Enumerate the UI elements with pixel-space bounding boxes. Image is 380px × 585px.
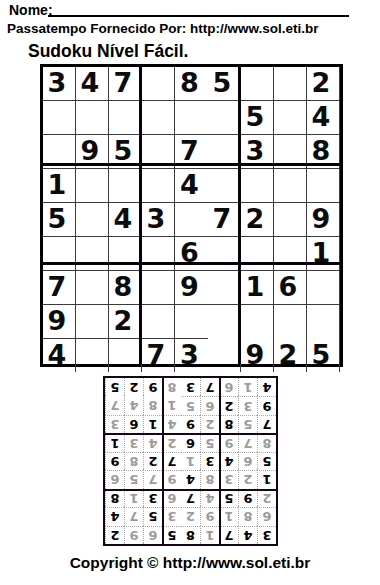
sudoku-cell-r2c7: 5 — [241, 101, 274, 135]
solution-cell-r2c8: 7 — [124, 507, 143, 525]
sudoku-cell-r1c1: 3 — [43, 67, 76, 101]
sudoku-cell-r8c4 — [142, 305, 175, 339]
name-blank-line — [48, 15, 349, 17]
sudoku-cell-r3c6 — [208, 135, 241, 169]
solution-cell-r5c7: 2 — [143, 452, 162, 470]
solution-cell-r8c6: 1 — [162, 396, 181, 414]
sudoku-cell-r6c9: 1 — [307, 237, 340, 271]
sudoku-cell-r9c2 — [76, 339, 109, 372]
sudoku-cell-r6c7 — [241, 237, 274, 271]
solution-cell-r7c2: 5 — [238, 415, 257, 433]
solution-cell-r8c8: 4 — [124, 396, 143, 414]
sudoku-cell-r2c1 — [43, 101, 76, 135]
solution-cell-r3c5: 7 — [181, 489, 200, 507]
solution-cell-r8c3: 2 — [219, 396, 238, 414]
sudoku-cell-r4c9 — [307, 169, 340, 203]
sudoku-cell-r6c4 — [142, 237, 175, 271]
solution-cell-r6c5: 6 — [181, 433, 200, 451]
sudoku-cell-r6c2 — [76, 237, 109, 271]
sudoku-cell-r3c8 — [274, 135, 307, 169]
sudoku-cell-r1c3: 7 — [109, 67, 142, 101]
sudoku-cell-r4c2 — [76, 169, 109, 203]
solution-cell-r5c2: 6 — [238, 452, 257, 470]
sudoku-cell-r8c1: 9 — [43, 305, 76, 339]
sudoku-cell-r4c6 — [208, 169, 241, 203]
solution-cell-r9c1: 4 — [257, 378, 276, 396]
sudoku-cell-r1c6: 5 — [208, 67, 241, 101]
sudoku-cell-r3c3: 5 — [109, 135, 142, 169]
solution-cell-r8c7: 8 — [143, 396, 162, 414]
solution-cell-r2c6: 3 — [162, 507, 181, 525]
solution-cell-r3c9: 8 — [105, 489, 124, 507]
solution-cell-r6c4: 5 — [200, 433, 219, 451]
name-label: Nome: — [9, 2, 53, 18]
solution-cell-r8c9: 7 — [105, 396, 124, 414]
solution-cell-r3c6: 6 — [162, 489, 181, 507]
sudoku-cell-r3c5: 7 — [175, 135, 208, 169]
sudoku-cell-r5c6: 7 — [208, 203, 241, 237]
solution-cell-r2c3: 1 — [219, 507, 238, 525]
solution-cell-r4c4: 8 — [200, 470, 219, 488]
solution-cell-r8c5: 5 — [181, 396, 200, 414]
solution-cell-r1c5: 8 — [181, 526, 200, 544]
solution-cell-r3c2: 9 — [238, 489, 257, 507]
sudoku-cell-r8c6 — [208, 305, 241, 339]
sudoku-cell-r4c7 — [241, 169, 274, 203]
solution-cell-r3c8: 1 — [124, 489, 143, 507]
solution-cell-r6c8: 3 — [124, 433, 143, 451]
sudoku-cell-r2c5 — [175, 101, 208, 135]
sudoku-cell-r5c5 — [175, 203, 208, 237]
sudoku-cell-r3c1 — [43, 135, 76, 169]
solution-cell-r1c9: 2 — [105, 526, 124, 544]
solution-cell-r4c2: 2 — [238, 470, 257, 488]
solution-cell-r9c4: 7 — [200, 378, 219, 396]
solution-cell-r8c2: 3 — [238, 396, 257, 414]
solution-cell-r1c3: 7 — [219, 526, 238, 544]
solution-cell-r2c1: 6 — [257, 507, 276, 525]
sudoku-cell-r7c4 — [142, 271, 175, 305]
provider-line: Passatempo Fornecido Por: http://www.sol… — [7, 21, 319, 36]
solution-cell-r7c4: 2 — [200, 415, 219, 433]
sudoku-cell-r7c1: 7 — [43, 271, 76, 305]
solution-cell-r3c4: 4 — [200, 489, 219, 507]
solution-cell-r7c1: 7 — [257, 415, 276, 433]
sudoku-cell-r8c9 — [307, 305, 340, 339]
solution-cell-r5c4: 3 — [200, 452, 219, 470]
sudoku-cell-r6c1 — [43, 237, 76, 271]
sudoku-cell-r6c5: 6 — [175, 237, 208, 271]
sudoku-cell-r9c3 — [109, 339, 142, 372]
solution-cell-r5c3: 4 — [219, 452, 238, 470]
solution-cell-r1c4: 1 — [200, 526, 219, 544]
sudoku-cell-r4c4 — [142, 169, 175, 203]
solution-cell-r5c6: 7 — [162, 452, 181, 470]
sudoku-cell-r6c6 — [208, 237, 241, 271]
solution-cell-r1c6: 5 — [162, 526, 181, 544]
solution-cell-r6c7: 4 — [143, 433, 162, 451]
sudoku-cell-r8c5 — [175, 305, 208, 339]
solution-cell-r6c3: 9 — [219, 433, 238, 451]
sudoku-cell-r7c3: 8 — [109, 271, 142, 305]
page-title: Sudoku Nível Fácil. — [28, 41, 188, 62]
sudoku-cell-r7c5: 9 — [175, 271, 208, 305]
sudoku-cell-r6c8 — [274, 237, 307, 271]
sudoku-cell-r5c8 — [274, 203, 307, 237]
solution-cell-r5c5: 1 — [181, 452, 200, 470]
solution-cell-r3c1: 2 — [257, 489, 276, 507]
sudoku-cell-r4c8 — [274, 169, 307, 203]
sudoku-cell-r9c4: 7 — [142, 339, 175, 372]
sudoku-cell-r8c2 — [76, 305, 109, 339]
solution-cell-r5c9: 9 — [105, 452, 124, 470]
solution-cell-r9c5: 3 — [181, 378, 200, 396]
copyright-line: Copyright © http://www.sol.eti.br — [0, 554, 380, 572]
sudoku-cell-r5c1: 5 — [43, 203, 76, 237]
sudoku-cell-r9c5: 3 — [175, 339, 208, 372]
sudoku-cell-r7c7: 1 — [241, 271, 274, 305]
sudoku-cell-r8c3: 2 — [109, 305, 142, 339]
sudoku-cell-r5c9: 9 — [307, 203, 340, 237]
solution-cell-r4c8: 5 — [124, 470, 143, 488]
solution-cell-r4c9: 6 — [105, 470, 124, 488]
sudoku-cell-r7c6 — [208, 271, 241, 305]
solution-cell-r6c2: 7 — [238, 433, 257, 451]
sudoku-cell-r2c6 — [208, 101, 241, 135]
solution-cell-r7c6: 4 — [162, 415, 181, 433]
solution-cell-r4c7: 7 — [143, 470, 162, 488]
solution-cell-r2c9: 4 — [105, 507, 124, 525]
solution-cell-r1c1: 3 — [257, 526, 276, 544]
solution-cell-r3c7: 3 — [143, 489, 162, 507]
solution-cell-r2c2: 8 — [238, 507, 257, 525]
solution-cell-r7c8: 6 — [124, 415, 143, 433]
sudoku-cell-r6c3 — [109, 237, 142, 271]
solution-cell-r9c8: 2 — [124, 378, 143, 396]
solution-cell-r9c7: 9 — [143, 378, 162, 396]
sudoku-cell-r5c7: 2 — [241, 203, 274, 237]
sudoku-cell-r5c2 — [76, 203, 109, 237]
solution-cell-r9c9: 5 — [105, 378, 124, 396]
sudoku-cell-r4c1: 1 — [43, 169, 76, 203]
sudoku-worksheet-page: Nome: Passatempo Fornecido Por: http://w… — [0, 0, 380, 585]
solution-cell-r9c6: 8 — [162, 378, 181, 396]
solution-cell-r2c5: 2 — [181, 507, 200, 525]
sudoku-cell-r9c9: 5 — [307, 339, 340, 372]
solution-cell-r4c6: 9 — [162, 470, 181, 488]
sudoku-cell-r1c9: 2 — [307, 67, 340, 101]
sudoku-cell-r1c5: 8 — [175, 67, 208, 101]
solution-cell-r1c8: 9 — [124, 526, 143, 544]
solution-cell-r2c4: 9 — [200, 507, 219, 525]
sudoku-cell-r1c4 — [142, 67, 175, 101]
sudoku-cell-r1c7 — [241, 67, 274, 101]
main-sudoku-grid: 347852549573814543729617891692473925 — [40, 64, 343, 367]
solution-cell-r9c3: 6 — [219, 378, 238, 396]
sudoku-cell-r7c9 — [307, 271, 340, 305]
sudoku-cell-r1c8 — [274, 67, 307, 101]
solution-cell-r1c7: 6 — [143, 526, 162, 544]
solution-cell-r2c7: 5 — [143, 507, 162, 525]
sudoku-cell-r3c9: 8 — [307, 135, 340, 169]
solution-cell-r6c1: 8 — [257, 433, 276, 451]
sudoku-cell-r3c7: 3 — [241, 135, 274, 169]
sudoku-cell-r2c9: 4 — [307, 101, 340, 135]
sudoku-cell-r2c8 — [274, 101, 307, 135]
sudoku-cell-r9c1: 4 — [43, 339, 76, 372]
solution-cell-r5c1: 5 — [257, 452, 276, 470]
solution-cell-r5c8: 8 — [124, 452, 143, 470]
solution-grid-rotated: 3471856926819235742954763181238497565643… — [103, 376, 278, 546]
sudoku-cell-r8c7 — [241, 305, 274, 339]
sudoku-cell-r5c4: 3 — [142, 203, 175, 237]
sudoku-cell-r4c5: 4 — [175, 169, 208, 203]
sudoku-cell-r1c2: 4 — [76, 67, 109, 101]
solution-cell-r4c5: 4 — [181, 470, 200, 488]
solution-cell-r6c9: 1 — [105, 433, 124, 451]
solution-cell-r6c6: 2 — [162, 433, 181, 451]
solution-cell-r9c2: 1 — [238, 378, 257, 396]
sudoku-cell-r5c3: 4 — [109, 203, 142, 237]
solution-cell-r7c5: 9 — [181, 415, 200, 433]
solution-cell-r1c2: 4 — [238, 526, 257, 544]
solution-cell-r4c1: 1 — [257, 470, 276, 488]
solution-cell-r7c7: 1 — [143, 415, 162, 433]
sudoku-cell-r2c3 — [109, 101, 142, 135]
sudoku-cell-r7c2 — [76, 271, 109, 305]
sudoku-cell-r9c6 — [208, 339, 241, 372]
sudoku-cell-r7c8: 6 — [274, 271, 307, 305]
sudoku-cell-r4c3 — [109, 169, 142, 203]
sudoku-cell-r3c4 — [142, 135, 175, 169]
solution-cell-r8c1: 9 — [257, 396, 276, 414]
solution-cell-r4c3: 3 — [219, 470, 238, 488]
sudoku-cell-r8c8 — [274, 305, 307, 339]
sudoku-cell-r9c8: 2 — [274, 339, 307, 372]
solution-cell-r7c3: 8 — [219, 415, 238, 433]
solution-cell-r8c4: 6 — [200, 396, 219, 414]
sudoku-cell-r2c2 — [76, 101, 109, 135]
sudoku-cell-r3c2: 9 — [76, 135, 109, 169]
sudoku-cell-r9c7: 9 — [241, 339, 274, 372]
solution-cell-r3c3: 5 — [219, 489, 238, 507]
sudoku-cell-r2c4 — [142, 101, 175, 135]
solution-cell-r7c9: 3 — [105, 415, 124, 433]
